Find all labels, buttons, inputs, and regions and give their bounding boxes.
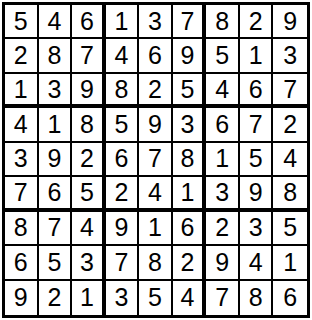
cell-r5c6[interactable]: 8: [173, 143, 207, 177]
cell-r7c9[interactable]: 5: [273, 212, 307, 246]
cell-r2c5[interactable]: 6: [139, 39, 173, 73]
cell-r1c8[interactable]: 2: [240, 5, 274, 39]
cell-r6c6[interactable]: 1: [173, 177, 207, 211]
cell-r7c4[interactable]: 9: [106, 212, 140, 246]
cell-r5c4[interactable]: 6: [106, 143, 140, 177]
cell-r7c1[interactable]: 8: [5, 212, 39, 246]
cell-r8c9[interactable]: 1: [273, 246, 307, 280]
cell-r2c6[interactable]: 9: [173, 39, 207, 73]
cell-r1c6[interactable]: 7: [173, 5, 207, 39]
cell-r9c1[interactable]: 9: [5, 281, 39, 315]
cell-r3c5[interactable]: 2: [139, 74, 173, 108]
cell-r1c2[interactable]: 4: [39, 5, 73, 39]
sudoku-page: 5461378292874695131398254674185936723926…: [0, 0, 312, 320]
cell-r4c4[interactable]: 5: [106, 108, 140, 142]
cell-r6c4[interactable]: 2: [106, 177, 140, 211]
cell-r2c9[interactable]: 3: [273, 39, 307, 73]
cell-r3c1[interactable]: 1: [5, 74, 39, 108]
cell-r5c3[interactable]: 2: [72, 143, 106, 177]
cell-r7c7[interactable]: 2: [206, 212, 240, 246]
cell-r5c1[interactable]: 3: [5, 143, 39, 177]
cell-r4c6[interactable]: 3: [173, 108, 207, 142]
cell-r1c1[interactable]: 5: [5, 5, 39, 39]
cell-r8c8[interactable]: 4: [240, 246, 274, 280]
cell-r6c1[interactable]: 7: [5, 177, 39, 211]
cell-r9c9[interactable]: 6: [273, 281, 307, 315]
cell-r3c2[interactable]: 3: [39, 74, 73, 108]
cell-r3c9[interactable]: 7: [273, 74, 307, 108]
cell-r3c6[interactable]: 5: [173, 74, 207, 108]
cell-r5c2[interactable]: 9: [39, 143, 73, 177]
cell-r2c3[interactable]: 7: [72, 39, 106, 73]
cell-r9c4[interactable]: 3: [106, 281, 140, 315]
cell-r7c5[interactable]: 1: [139, 212, 173, 246]
cell-r6c9[interactable]: 8: [273, 177, 307, 211]
sudoku-board: 5461378292874695131398254674185936723926…: [2, 2, 310, 318]
cell-r5c7[interactable]: 1: [206, 143, 240, 177]
cell-r3c3[interactable]: 9: [72, 74, 106, 108]
cell-r5c5[interactable]: 7: [139, 143, 173, 177]
cell-r9c2[interactable]: 2: [39, 281, 73, 315]
cell-r6c3[interactable]: 5: [72, 177, 106, 211]
cell-r4c1[interactable]: 4: [5, 108, 39, 142]
cell-r7c6[interactable]: 6: [173, 212, 207, 246]
cell-r1c5[interactable]: 3: [139, 5, 173, 39]
cell-r8c3[interactable]: 3: [72, 246, 106, 280]
cell-r8c1[interactable]: 6: [5, 246, 39, 280]
cell-r8c6[interactable]: 2: [173, 246, 207, 280]
cell-r4c8[interactable]: 7: [240, 108, 274, 142]
cell-r8c7[interactable]: 9: [206, 246, 240, 280]
cell-r7c8[interactable]: 3: [240, 212, 274, 246]
cell-r9c6[interactable]: 4: [173, 281, 207, 315]
cell-r4c5[interactable]: 9: [139, 108, 173, 142]
cell-r2c2[interactable]: 8: [39, 39, 73, 73]
cell-r8c2[interactable]: 5: [39, 246, 73, 280]
cell-r9c3[interactable]: 1: [72, 281, 106, 315]
cell-r1c3[interactable]: 6: [72, 5, 106, 39]
cell-r2c4[interactable]: 4: [106, 39, 140, 73]
cell-r3c8[interactable]: 6: [240, 74, 274, 108]
cell-r4c3[interactable]: 8: [72, 108, 106, 142]
cell-r5c9[interactable]: 4: [273, 143, 307, 177]
cell-r8c5[interactable]: 8: [139, 246, 173, 280]
cell-r9c7[interactable]: 7: [206, 281, 240, 315]
cell-r6c5[interactable]: 4: [139, 177, 173, 211]
cell-r8c4[interactable]: 7: [106, 246, 140, 280]
cell-r1c7[interactable]: 8: [206, 5, 240, 39]
cell-r2c8[interactable]: 1: [240, 39, 274, 73]
cell-r4c9[interactable]: 2: [273, 108, 307, 142]
cell-r9c8[interactable]: 8: [240, 281, 274, 315]
cell-r6c8[interactable]: 9: [240, 177, 274, 211]
cell-r3c7[interactable]: 4: [206, 74, 240, 108]
cell-r1c9[interactable]: 9: [273, 5, 307, 39]
cell-r6c2[interactable]: 6: [39, 177, 73, 211]
cell-r9c5[interactable]: 5: [139, 281, 173, 315]
cell-r5c8[interactable]: 5: [240, 143, 274, 177]
cell-r2c1[interactable]: 2: [5, 39, 39, 73]
cell-r4c7[interactable]: 6: [206, 108, 240, 142]
cell-r6c7[interactable]: 3: [206, 177, 240, 211]
cell-r3c4[interactable]: 8: [106, 74, 140, 108]
cell-r4c2[interactable]: 1: [39, 108, 73, 142]
cell-r2c7[interactable]: 5: [206, 39, 240, 73]
cell-r7c2[interactable]: 7: [39, 212, 73, 246]
cell-r1c4[interactable]: 1: [106, 5, 140, 39]
cell-r7c3[interactable]: 4: [72, 212, 106, 246]
